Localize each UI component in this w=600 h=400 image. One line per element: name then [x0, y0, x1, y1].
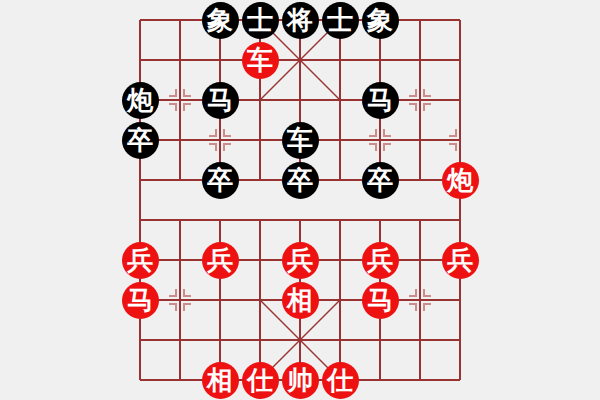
piece-red-general[interactable]: 帅 — [282, 362, 319, 399]
piece-black-soldier-1[interactable]: 卒 — [122, 122, 159, 159]
piece-black-horse-2[interactable]: 马 — [362, 82, 399, 119]
piece-red-horse-2[interactable]: 马 — [362, 282, 399, 319]
cell-0-7: 马 — [120, 280, 160, 320]
piece-black-soldier-3[interactable]: 卒 — [282, 162, 319, 199]
piece-red-horse-1[interactable]: 马 — [122, 282, 159, 319]
cell-4-7: 相 — [280, 280, 320, 320]
piece-black-horse-1[interactable]: 马 — [202, 82, 239, 119]
piece-black-cannon-1[interactable]: 炮 — [122, 82, 159, 119]
piece-black-advisor-2[interactable]: 士 — [322, 2, 359, 39]
cell-8-4: 炮 — [440, 160, 480, 200]
piece-red-soldier-2[interactable]: 兵 — [202, 242, 239, 279]
cell-5-0: 士 — [320, 0, 360, 40]
cell-6-2: 马 — [360, 80, 400, 120]
cell-6-0: 象 — [360, 0, 400, 40]
cell-6-7: 马 — [360, 280, 400, 320]
piece-red-chariot-1[interactable]: 车 — [242, 42, 279, 79]
cell-3-1: 车 — [240, 40, 280, 80]
piece-black-elephant-1[interactable]: 象 — [202, 2, 239, 39]
piece-layer: 象士将士象车炮马马卒车卒卒卒炮兵兵兵兵兵马相马相仕帅仕 — [120, 0, 480, 400]
cell-3-9: 仕 — [240, 360, 280, 400]
cell-4-9: 帅 — [280, 360, 320, 400]
piece-red-cannon-1[interactable]: 炮 — [442, 162, 479, 199]
piece-black-advisor-1[interactable]: 士 — [242, 2, 279, 39]
cell-6-4: 卒 — [360, 160, 400, 200]
piece-black-elephant-2[interactable]: 象 — [362, 2, 399, 39]
piece-red-advisor-2[interactable]: 仕 — [322, 362, 359, 399]
cell-3-0: 士 — [240, 0, 280, 40]
piece-black-chariot-1[interactable]: 车 — [282, 122, 319, 159]
cell-4-4: 卒 — [280, 160, 320, 200]
piece-red-elephant-1[interactable]: 相 — [282, 282, 319, 319]
cell-0-2: 炮 — [120, 80, 160, 120]
cell-0-6: 兵 — [120, 240, 160, 280]
cell-2-6: 兵 — [200, 240, 240, 280]
cell-0-3: 卒 — [120, 120, 160, 160]
cell-2-2: 马 — [200, 80, 240, 120]
cell-4-3: 车 — [280, 120, 320, 160]
cell-2-9: 相 — [200, 360, 240, 400]
cell-4-6: 兵 — [280, 240, 320, 280]
cell-4-0: 将 — [280, 0, 320, 40]
cell-2-4: 卒 — [200, 160, 240, 200]
piece-red-soldier-3[interactable]: 兵 — [282, 242, 319, 279]
piece-black-soldier-2[interactable]: 卒 — [202, 162, 239, 199]
piece-black-soldier-4[interactable]: 卒 — [362, 162, 399, 199]
piece-black-general[interactable]: 将 — [282, 2, 319, 39]
cell-8-6: 兵 — [440, 240, 480, 280]
piece-red-elephant-2[interactable]: 相 — [202, 362, 239, 399]
cell-2-0: 象 — [200, 0, 240, 40]
piece-red-soldier-4[interactable]: 兵 — [362, 242, 399, 279]
piece-red-soldier-5[interactable]: 兵 — [442, 242, 479, 279]
cell-6-6: 兵 — [360, 240, 400, 280]
piece-red-soldier-1[interactable]: 兵 — [122, 242, 159, 279]
cell-5-9: 仕 — [320, 360, 360, 400]
xiangqi-board-screen: 象士将士象车炮马马卒车卒卒卒炮兵兵兵兵兵马相马相仕帅仕 — [0, 0, 600, 400]
piece-red-advisor-1[interactable]: 仕 — [242, 362, 279, 399]
